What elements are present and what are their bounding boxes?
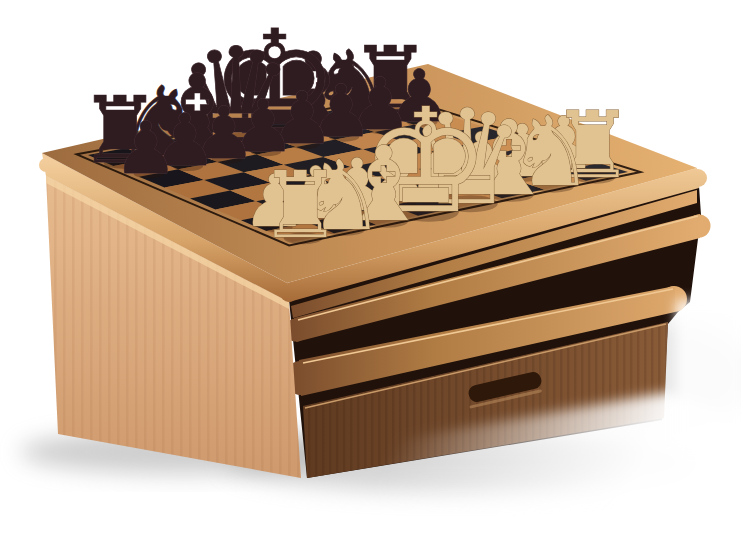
product-photo-chess-box: ♜♞♟♝♟♚♟♛♟♝♟♞♟♜♟♟♟♟♜♟♞♟♝♟♛♟♚♟♝♟♞♜: [0, 0, 741, 548]
piece-black-p-a7[interactable]: ♟: [114, 106, 179, 190]
chess-box-scene: ♜♞♟♝♟♚♟♛♟♝♟♞♟♜♟♟♟♟♜♟♞♟♝♟♛♟♚♟♝♟♞♜: [0, 0, 741, 548]
fade-right: [676, 300, 741, 450]
piece-white-r-a1[interactable]: ♜: [259, 152, 341, 259]
